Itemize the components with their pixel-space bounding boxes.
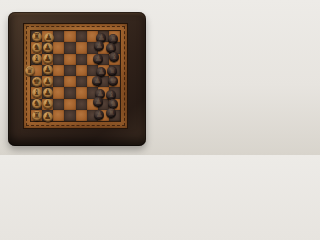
board-square[interactable] (53, 54, 64, 65)
board-square[interactable] (76, 42, 87, 53)
piece-black-king[interactable]: ♚ (108, 76, 118, 86)
board-square[interactable]: ♞ (31, 42, 42, 53)
photo-background: ♜♟♟♜♞♟♟♞♝♟♟♝♛♟♟♛♚♟♟♚♝♟♟♝♞♟♟♞♜♟♟♜ (0, 0, 155, 155)
board-frame-band: ♜♟♟♜♞♟♟♞♝♟♟♝♛♟♟♛♚♟♟♚♝♟♟♝♞♟♟♞♜♟♟♜ (23, 23, 128, 129)
board-square[interactable]: ♝ (109, 54, 120, 65)
board-square[interactable]: ♞ (31, 99, 42, 110)
board-square[interactable] (64, 65, 75, 76)
piece-white-bishop[interactable]: ♝ (32, 54, 42, 64)
piece-black-bishop[interactable]: ♝ (109, 52, 119, 62)
board-square[interactable]: ♟ (42, 87, 53, 98)
piece-black-pawn[interactable]: ♟ (94, 110, 104, 120)
board-square[interactable]: ♝ (31, 54, 42, 65)
piece-white-knight[interactable]: ♞ (32, 43, 42, 53)
piece-black-rook[interactable]: ♜ (106, 108, 116, 118)
board-square[interactable]: ♟ (42, 76, 53, 87)
board-square[interactable]: ♟ (42, 65, 53, 76)
board-square[interactable] (76, 76, 87, 87)
piece-white-pawn[interactable]: ♟ (43, 77, 53, 87)
board-square[interactable] (76, 54, 87, 65)
board-square[interactable] (53, 110, 64, 121)
board-square[interactable]: ♟ (42, 110, 53, 121)
piece-white-pawn[interactable]: ♟ (43, 99, 53, 109)
board-square[interactable]: ♟ (42, 42, 53, 53)
piece-white-rook[interactable]: ♜ (32, 111, 42, 121)
board-square[interactable] (76, 31, 87, 42)
piece-white-pawn[interactable]: ♟ (44, 33, 54, 43)
board-square[interactable] (64, 54, 75, 65)
board-square[interactable] (53, 31, 64, 42)
board-square[interactable]: ♜ (31, 110, 42, 121)
board-square[interactable]: ♟ (98, 54, 109, 65)
board-square[interactable] (64, 76, 75, 87)
board-square[interactable]: ♚ (109, 76, 120, 87)
board-square[interactable] (76, 65, 87, 76)
board-square[interactable]: ♚ (31, 76, 42, 87)
board-square[interactable] (76, 110, 87, 121)
board-square[interactable]: ♟ (98, 76, 109, 87)
board-square[interactable] (76, 99, 87, 110)
chess-board[interactable]: ♜♟♟♜♞♟♟♞♝♟♟♝♛♟♟♛♚♟♟♚♝♟♟♝♞♟♟♞♜♟♟♜ (8, 12, 146, 146)
board-square[interactable] (64, 99, 75, 110)
board-square[interactable] (53, 99, 64, 110)
board-square[interactable] (76, 87, 87, 98)
piece-white-bishop[interactable]: ♝ (32, 88, 42, 98)
piece-white-pawn[interactable]: ♟ (43, 43, 53, 53)
board-square[interactable]: ♜ (109, 110, 120, 121)
piece-white-pawn[interactable]: ♟ (43, 112, 53, 122)
board-square[interactable] (53, 76, 64, 87)
board-square[interactable]: ♛ (109, 65, 120, 76)
piece-black-pawn[interactable]: ♟ (93, 97, 103, 107)
board-square[interactable]: ♝ (109, 87, 120, 98)
board-square[interactable]: ♜ (109, 31, 120, 42)
piece-white-knight[interactable]: ♞ (32, 99, 42, 109)
board-square[interactable]: ♝ (31, 87, 42, 98)
board-square[interactable]: ♛ (31, 65, 42, 76)
board-square[interactable] (64, 87, 75, 98)
piece-white-queen[interactable]: ♛ (25, 66, 35, 76)
piece-white-rook[interactable]: ♜ (32, 32, 42, 42)
board-square[interactable]: ♟ (42, 31, 53, 42)
board-square[interactable] (64, 110, 75, 121)
board-square[interactable] (53, 42, 64, 53)
board-square[interactable]: ♜ (31, 31, 42, 42)
board-square[interactable] (64, 42, 75, 53)
board-square[interactable] (64, 31, 75, 42)
piece-black-pawn[interactable]: ♟ (92, 76, 102, 86)
board-square[interactable] (53, 65, 64, 76)
piece-white-pawn[interactable]: ♟ (43, 65, 53, 75)
board-square[interactable]: ♟ (42, 99, 53, 110)
piece-white-pawn[interactable]: ♟ (43, 54, 53, 64)
piece-black-pawn[interactable]: ♟ (94, 41, 104, 51)
board-square[interactable] (53, 87, 64, 98)
piece-black-pawn[interactable]: ♟ (93, 54, 103, 64)
chess-board-grid[interactable]: ♜♟♟♜♞♟♟♞♝♟♟♝♛♟♟♛♚♟♟♚♝♟♟♝♞♟♟♞♜♟♟♜ (30, 30, 121, 122)
piece-white-pawn[interactable]: ♟ (43, 88, 53, 98)
piece-white-king[interactable]: ♚ (32, 77, 42, 87)
board-square[interactable]: ♟ (42, 54, 53, 65)
